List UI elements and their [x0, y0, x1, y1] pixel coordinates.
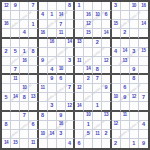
given-digit: 12 — [4, 4, 8, 9]
cell-r8c10[interactable]: 14 — [84, 66, 93, 75]
cell-r15c5[interactable]: 10 — [39, 130, 48, 139]
cell-r11c2[interactable]: 14 — [11, 93, 20, 102]
cell-r1c12[interactable] — [102, 2, 111, 11]
cell-r11c1[interactable]: 5 — [2, 93, 11, 102]
cell-r2c10[interactable]: 16 — [84, 11, 93, 20]
cell-r13c1[interactable] — [2, 112, 11, 121]
cell-r5c4[interactable] — [29, 39, 38, 48]
cell-r3c4[interactable]: 1 — [29, 20, 38, 29]
cell-r7c14[interactable]: 13 — [121, 57, 130, 66]
cell-r3c14[interactable] — [121, 20, 130, 29]
cell-r11c6[interactable] — [48, 93, 57, 102]
cell-r7c9[interactable]: 11 — [75, 57, 84, 66]
cell-r13c8[interactable] — [66, 112, 75, 121]
cell-r8c13[interactable] — [112, 66, 121, 75]
cell-r6c7[interactable] — [57, 48, 66, 57]
given-digit: 6 — [31, 122, 34, 128]
cell-r2c5[interactable]: 4 — [39, 11, 48, 20]
cell-r16c6[interactable] — [48, 139, 57, 148]
cell-r8c14[interactable] — [121, 66, 130, 75]
cell-r14c8[interactable] — [66, 121, 75, 130]
cell-r6c12[interactable] — [102, 48, 111, 57]
cell-r3c1[interactable]: 16 — [2, 20, 11, 29]
cell-r1c14[interactable] — [121, 2, 130, 11]
cell-r3c11[interactable] — [93, 20, 102, 29]
cell-r13c2[interactable] — [11, 112, 20, 121]
cell-r7c11[interactable] — [93, 57, 102, 66]
cell-r2c13[interactable] — [112, 11, 121, 20]
cell-r10c1[interactable] — [2, 84, 11, 93]
cell-r3c12[interactable] — [102, 20, 111, 29]
cell-r15c11[interactable]: 11 — [93, 130, 102, 139]
cell-r11c15[interactable]: 12 — [130, 93, 139, 102]
given-digit: 7 — [23, 113, 26, 119]
cell-r16c10[interactable] — [84, 139, 93, 148]
cell-r12c6[interactable]: 3 — [48, 102, 57, 111]
cell-r2c4[interactable] — [29, 11, 38, 20]
cell-r11c9[interactable] — [75, 93, 84, 102]
cell-r12c8[interactable]: 12 — [66, 102, 75, 111]
cell-r8c5[interactable] — [39, 66, 48, 75]
cell-r9c3[interactable] — [20, 75, 29, 84]
given-digit: 14 — [77, 104, 81, 109]
cell-r14c16[interactable]: 4 — [139, 121, 148, 130]
cell-r6c4[interactable]: 8 — [29, 48, 38, 57]
given-digit: 12 — [86, 22, 90, 27]
cell-r3c3[interactable] — [20, 20, 29, 29]
cell-r5c12[interactable] — [102, 39, 111, 48]
cell-r14c15[interactable] — [130, 121, 139, 130]
cell-r13c4[interactable] — [29, 112, 38, 121]
cell-r9c8[interactable] — [66, 75, 75, 84]
cell-r6c3[interactable]: 1 — [20, 48, 29, 57]
cell-r14c2[interactable] — [11, 121, 20, 130]
given-digit: 9 — [123, 95, 126, 101]
cell-r1c5[interactable] — [39, 2, 48, 11]
cell-r16c1[interactable]: 14 — [2, 139, 11, 148]
cell-r4c16[interactable] — [139, 29, 148, 38]
cell-r3c13[interactable]: 15 — [112, 20, 121, 29]
given-digit: 10 — [95, 13, 99, 18]
cell-r9c1[interactable] — [2, 75, 11, 84]
cell-r12c14[interactable] — [121, 102, 130, 111]
cell-r1c2[interactable]: 9 — [11, 2, 20, 11]
given-digit: 16 — [40, 31, 44, 36]
cell-r10c14[interactable]: 6 — [121, 84, 130, 93]
cell-r12c16[interactable] — [139, 102, 148, 111]
given-digit: 5 — [5, 95, 8, 101]
cell-r15c12[interactable]: 2 — [102, 130, 111, 139]
cell-r5c14[interactable] — [121, 39, 130, 48]
cell-r12c15[interactable] — [130, 102, 139, 111]
cell-r6c9[interactable] — [75, 48, 84, 57]
cell-r15c14[interactable] — [121, 130, 130, 139]
cell-r7c1[interactable] — [2, 57, 11, 66]
given-digit: 3 — [132, 49, 135, 55]
given-digit: 11 — [59, 31, 63, 36]
cell-r5c9[interactable]: 13 — [75, 39, 84, 48]
given-digit: 13 — [77, 40, 81, 45]
cell-r13c16[interactable] — [139, 112, 148, 121]
cell-r13c7[interactable]: 9 — [57, 112, 66, 121]
cell-r10c8[interactable]: 7 — [66, 84, 75, 93]
cell-r14c11[interactable] — [93, 121, 102, 130]
cell-r1c6[interactable] — [48, 2, 57, 11]
cell-r5c8[interactable]: 14 — [66, 39, 75, 48]
given-digit: 7 — [142, 95, 145, 101]
cell-r8c4[interactable] — [29, 66, 38, 75]
cell-r8c11[interactable]: 8 — [93, 66, 102, 75]
given-digit: 13 — [104, 113, 108, 118]
cell-r9c10[interactable]: 2 — [84, 75, 93, 84]
cell-r2c15[interactable] — [130, 11, 139, 20]
cell-r6c14[interactable]: 14 — [121, 48, 130, 57]
cell-r11c12[interactable] — [102, 93, 111, 102]
cell-r10c9[interactable]: 12 — [75, 84, 84, 93]
cell-r16c13[interactable]: 2 — [112, 139, 121, 148]
cell-r5c7[interactable] — [57, 39, 66, 48]
cell-r14c10[interactable]: 1 — [84, 121, 93, 130]
cell-r5c6[interactable]: 16 — [48, 39, 57, 48]
cell-r4c2[interactable] — [11, 29, 20, 38]
cell-r4c11[interactable] — [93, 29, 102, 38]
cell-r5c2[interactable] — [11, 39, 20, 48]
cell-r7c6[interactable] — [48, 57, 57, 66]
cell-r7c15[interactable] — [130, 57, 139, 66]
cell-r16c9[interactable]: 6 — [75, 139, 84, 148]
cell-r13c11[interactable] — [93, 112, 102, 121]
cell-r10c2[interactable] — [11, 84, 20, 93]
given-digit: 12 — [132, 95, 136, 100]
cell-r1c1[interactable]: 12 — [2, 2, 11, 11]
cell-r13c10[interactable]: 10 — [84, 112, 93, 121]
cell-r9c13[interactable] — [112, 75, 121, 84]
cell-r5c15[interactable] — [130, 39, 139, 48]
cell-r12c10[interactable] — [84, 102, 93, 111]
cell-r1c3[interactable] — [20, 2, 29, 11]
cell-r7c7[interactable] — [57, 57, 66, 66]
cell-r2c6[interactable]: 1 — [48, 11, 57, 20]
cell-r5c5[interactable] — [39, 39, 48, 48]
cell-r9c7[interactable]: 6 — [57, 75, 66, 84]
cell-r16c16[interactable]: 9 — [139, 139, 148, 148]
cell-r15c4[interactable] — [29, 130, 38, 139]
cell-r12c1[interactable] — [2, 102, 11, 111]
cell-r16c14[interactable] — [121, 139, 130, 148]
cell-r14c3[interactable] — [20, 121, 29, 130]
given-digit: 1 — [50, 12, 53, 18]
cell-r11c11[interactable] — [93, 93, 102, 102]
cell-r7c10[interactable] — [84, 57, 93, 66]
cell-r12c3[interactable] — [20, 102, 29, 111]
cell-r15c1[interactable] — [2, 130, 11, 139]
cell-r6c6[interactable] — [48, 48, 57, 57]
cell-r1c13[interactable]: 3 — [112, 2, 121, 11]
cell-r10c5[interactable]: 11 — [39, 84, 48, 93]
cell-r15c15[interactable] — [130, 130, 139, 139]
cell-r6c1[interactable]: 2 — [2, 48, 11, 57]
cell-r2c12[interactable]: 6 — [102, 11, 111, 20]
cell-r14c9[interactable] — [75, 121, 84, 130]
cell-r11c16[interactable]: 7 — [139, 93, 148, 102]
cell-r1c15[interactable]: 10 — [130, 2, 139, 11]
cell-r9c11[interactable]: 7 — [93, 75, 102, 84]
given-digit: 11 — [77, 59, 81, 64]
cell-r9c2[interactable]: 11 — [11, 75, 20, 84]
cell-r10c13[interactable] — [112, 84, 121, 93]
cell-r10c15[interactable] — [130, 84, 139, 93]
cell-r1c7[interactable] — [57, 2, 66, 11]
cell-r13c3[interactable]: 7 — [20, 112, 29, 121]
given-digit: 8 — [132, 76, 135, 82]
cell-r15c13[interactable] — [112, 130, 121, 139]
cell-r7c2[interactable] — [11, 57, 20, 66]
cell-r10c3[interactable]: 10 — [20, 84, 29, 93]
cell-r12c12[interactable] — [102, 102, 111, 111]
cell-r1c10[interactable] — [84, 2, 93, 11]
given-digit: 3 — [68, 58, 71, 64]
cell-r7c4[interactable] — [29, 57, 38, 66]
cell-r4c13[interactable] — [112, 29, 121, 38]
cell-r6c15[interactable]: 3 — [130, 48, 139, 57]
given-digit: 14 — [123, 49, 127, 54]
cell-r2c14[interactable] — [121, 11, 130, 20]
cell-r13c5[interactable]: 8 — [39, 112, 48, 121]
cell-r1c11[interactable] — [93, 2, 102, 11]
cell-r10c7[interactable] — [57, 84, 66, 93]
cell-r5c1[interactable] — [2, 39, 11, 48]
cell-r11c4[interactable]: 13 — [29, 93, 38, 102]
cell-r7c12[interactable]: 12 — [102, 57, 111, 66]
cell-r4c7[interactable]: 11 — [57, 29, 66, 38]
cell-r8c7[interactable]: 10 — [57, 66, 66, 75]
cell-r4c14[interactable]: 2 — [121, 29, 130, 38]
cell-r8c3[interactable] — [20, 66, 29, 75]
cell-r13c14[interactable]: 11 — [121, 112, 130, 121]
cell-r14c13[interactable]: 12 — [112, 121, 121, 130]
cell-r14c5[interactable] — [39, 121, 48, 130]
cell-r6c2[interactable]: 5 — [11, 48, 20, 57]
cell-r14c6[interactable] — [48, 121, 57, 130]
cell-r6c16[interactable]: 15 — [139, 48, 148, 57]
cell-r14c7[interactable]: 16 — [57, 121, 66, 130]
cell-r15c8[interactable] — [66, 130, 75, 139]
cell-r4c6[interactable] — [48, 29, 57, 38]
cell-r4c4[interactable] — [29, 29, 38, 38]
cell-r6c10[interactable] — [84, 48, 93, 57]
cell-r4c1[interactable] — [2, 29, 11, 38]
cell-r13c13[interactable] — [112, 112, 121, 121]
given-digit: 9 — [142, 141, 145, 147]
cell-r8c9[interactable] — [75, 66, 84, 75]
cell-r11c5[interactable] — [39, 93, 48, 102]
cell-r5c13[interactable] — [112, 39, 121, 48]
given-digit: 12 — [113, 122, 117, 127]
cell-r10c6[interactable] — [48, 84, 57, 93]
given-digit: 8 — [96, 67, 99, 73]
cell-r3c9[interactable] — [75, 20, 84, 29]
cell-r4c12[interactable]: 14 — [102, 29, 111, 38]
cell-r16c15[interactable]: 1 — [130, 139, 139, 148]
cell-r3c6[interactable] — [48, 20, 57, 29]
cell-r9c9[interactable] — [75, 75, 84, 84]
cell-r2c9[interactable] — [75, 11, 84, 20]
cell-r13c6[interactable] — [48, 112, 57, 121]
cell-r15c6[interactable]: 14 — [48, 130, 57, 139]
cell-r9c4[interactable] — [29, 75, 38, 84]
cell-r4c5[interactable]: 16 — [39, 29, 48, 38]
cell-r5c3[interactable] — [20, 39, 29, 48]
cell-r11c14[interactable]: 9 — [121, 93, 130, 102]
cell-r9c12[interactable] — [102, 75, 111, 84]
cell-r7c8[interactable]: 3 — [66, 57, 75, 66]
cell-r12c5[interactable] — [39, 102, 48, 111]
cell-r14c12[interactable] — [102, 121, 111, 130]
cell-r11c13[interactable]: 10 — [112, 93, 121, 102]
cell-r7c16[interactable] — [139, 57, 148, 66]
cell-r6c8[interactable] — [66, 48, 75, 57]
cell-r5c11[interactable]: 2 — [93, 39, 102, 48]
cell-r1c16[interactable]: 16 — [139, 2, 148, 11]
cell-r3c5[interactable] — [39, 20, 48, 29]
cell-r9c5[interactable] — [39, 75, 48, 84]
cell-r4c8[interactable] — [66, 29, 75, 38]
cell-r15c7[interactable]: 3 — [57, 130, 66, 139]
cell-r8c15[interactable]: 9 — [130, 66, 139, 75]
cell-r11c7[interactable] — [57, 93, 66, 102]
cell-r10c11[interactable] — [93, 84, 102, 93]
cell-r12c13[interactable] — [112, 102, 121, 111]
cell-r3c15[interactable] — [130, 20, 139, 29]
cell-r7c13[interactable] — [112, 57, 121, 66]
cell-r7c5[interactable]: 9 — [39, 57, 48, 66]
cell-r6c11[interactable] — [93, 48, 102, 57]
cell-r8c16[interactable] — [139, 66, 148, 75]
given-digit: 1 — [87, 122, 90, 128]
cell-r8c12[interactable] — [102, 66, 111, 75]
cell-r2c1[interactable] — [2, 11, 11, 20]
cell-r2c7[interactable]: 14 — [57, 11, 66, 20]
given-digit: 16 — [22, 59, 26, 64]
cell-r5c10[interactable] — [84, 39, 93, 48]
cell-r3c2[interactable] — [11, 20, 20, 29]
cell-r5c16[interactable] — [139, 39, 148, 48]
given-digit: 13 — [123, 59, 127, 64]
cell-r11c10[interactable] — [84, 93, 93, 102]
given-digit: 16 — [86, 13, 90, 18]
given-digit: 15 — [141, 49, 145, 54]
cell-r12c7[interactable] — [57, 102, 66, 111]
cell-r10c12[interactable]: 9 — [102, 84, 111, 93]
given-digit: 7 — [59, 22, 62, 28]
given-digit: 4 — [114, 49, 117, 55]
cell-r1c9[interactable]: 1 — [75, 2, 84, 11]
given-digit: 15 — [86, 31, 90, 36]
cell-r15c2[interactable] — [11, 130, 20, 139]
cell-r14c1[interactable]: 8 — [2, 121, 11, 130]
cell-r12c2[interactable] — [11, 102, 20, 111]
cell-r13c15[interactable] — [130, 112, 139, 121]
cell-r12c9[interactable]: 14 — [75, 102, 84, 111]
given-digit: 4 — [68, 141, 71, 147]
cell-r2c16[interactable] — [139, 11, 148, 20]
given-digit: 6 — [59, 76, 62, 82]
given-digit: 9 — [104, 85, 107, 91]
given-digit: 7 — [31, 3, 34, 9]
cell-r8c1[interactable] — [2, 66, 11, 75]
cell-r2c8[interactable] — [66, 11, 75, 20]
cell-r2c2[interactable] — [11, 11, 20, 20]
cell-r15c9[interactable] — [75, 130, 84, 139]
cell-r3c7[interactable]: 7 — [57, 20, 66, 29]
cell-r2c11[interactable]: 10 — [93, 11, 102, 20]
cell-r8c2[interactable]: 7 — [11, 66, 20, 75]
cell-r4c15[interactable] — [130, 29, 139, 38]
cell-r15c16[interactable] — [139, 130, 148, 139]
cell-r3c16[interactable]: 14 — [139, 20, 148, 29]
given-digit: 16 — [59, 122, 63, 127]
cell-r8c8[interactable] — [66, 66, 75, 75]
cell-r14c14[interactable] — [121, 121, 130, 130]
given-digit: 14 — [67, 40, 71, 45]
cell-r12c11[interactable]: 1 — [93, 102, 102, 111]
cell-r2c3[interactable] — [20, 11, 29, 20]
cell-r16c5[interactable] — [39, 139, 48, 148]
cell-r13c9[interactable] — [75, 112, 84, 121]
cell-r11c3[interactable]: 8 — [20, 93, 29, 102]
cell-r10c16[interactable] — [139, 84, 148, 93]
cell-r16c12[interactable] — [102, 139, 111, 148]
cell-r1c4[interactable]: 7 — [29, 2, 38, 11]
cell-r13c12[interactable]: 13 — [102, 112, 111, 121]
cell-r16c7[interactable] — [57, 139, 66, 148]
cell-r15c10[interactable]: 5 — [84, 130, 93, 139]
given-digit: 2 — [96, 40, 99, 46]
cell-r10c10[interactable] — [84, 84, 93, 93]
cell-r10c4[interactable] — [29, 84, 38, 93]
given-digit: 6 — [123, 85, 126, 91]
cell-r9c6[interactable]: 9 — [48, 75, 57, 84]
cell-r7c3[interactable]: 16 — [20, 57, 29, 66]
cell-r6c5[interactable] — [39, 48, 48, 57]
cell-r16c4[interactable]: 11 — [29, 139, 38, 148]
cell-r16c3[interactable] — [20, 139, 29, 148]
cell-r3c8[interactable] — [66, 20, 75, 29]
cell-r6c13[interactable]: 4 — [112, 48, 121, 57]
given-digit: 12 — [67, 104, 71, 109]
cell-r4c3[interactable]: 4 — [20, 29, 29, 38]
cell-r15c3[interactable] — [20, 130, 29, 139]
cell-r9c14[interactable] — [121, 75, 130, 84]
given-digit: 1 — [23, 49, 26, 55]
cell-r8c6[interactable]: 4 — [48, 66, 57, 75]
cell-r11c8[interactable] — [66, 93, 75, 102]
cell-r1c8[interactable]: 8 — [66, 2, 75, 11]
given-digit: 11 — [41, 86, 45, 91]
cell-r4c9[interactable] — [75, 29, 84, 38]
cell-r3c10[interactable]: 12 — [84, 20, 93, 29]
cell-r14c4[interactable]: 6 — [29, 121, 38, 130]
cell-r16c2[interactable]: 15 — [11, 139, 20, 148]
given-digit: 2 — [114, 141, 117, 147]
cell-r16c11[interactable] — [93, 139, 102, 148]
cell-r12c4[interactable] — [29, 102, 38, 111]
given-digit: 16 — [4, 22, 8, 27]
cell-r4c10[interactable]: 15 — [84, 29, 93, 38]
cell-r16c8[interactable]: 4 — [66, 139, 75, 148]
cell-r9c16[interactable] — [139, 75, 148, 84]
cell-r9c15[interactable]: 8 — [130, 75, 139, 84]
